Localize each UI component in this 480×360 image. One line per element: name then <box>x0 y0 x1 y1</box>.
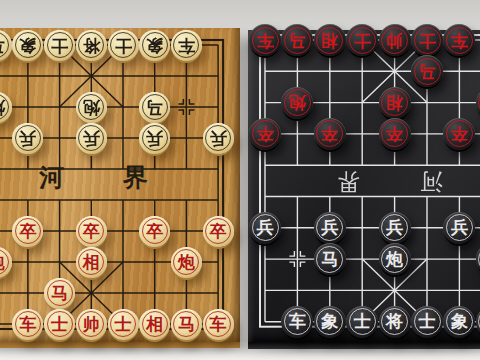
piece-character: 相 <box>386 94 403 111</box>
piece-character: 车 <box>210 316 227 333</box>
piece-black-soldier[interactable]: 兵 <box>314 212 346 244</box>
piece-character: 兵 <box>146 130 163 147</box>
piece-red-general[interactable]: 帅 <box>379 24 411 56</box>
piece-character: 象 <box>146 37 163 54</box>
piece-character: 卒 <box>83 223 100 240</box>
piece-character: 卒 <box>451 125 468 142</box>
piece-red-cannon[interactable]: 炮 <box>0 247 12 278</box>
piece-character: 卒 <box>146 223 163 240</box>
piece-character: 兵 <box>19 130 36 147</box>
product-scene: 河 界 车马象士将士象车炮炮马兵兵兵兵兵卒卒卒卒卒炮相炮马车士帅士相马车 界 河… <box>0 0 480 360</box>
piece-character: 兵 <box>257 219 274 236</box>
board-edge <box>248 342 480 349</box>
piece-character: 象 <box>451 313 468 330</box>
piece-character: 炮 <box>289 94 306 111</box>
piece-black-cannon[interactable]: 炮 <box>476 243 480 275</box>
piece-red-cannon[interactable]: 炮 <box>171 247 202 278</box>
piece-character: 卒 <box>321 125 338 142</box>
board-grid <box>0 28 240 342</box>
piece-character: 象 <box>321 313 338 330</box>
piece-black-soldier[interactable]: 兵 <box>379 212 411 244</box>
piece-black-general[interactable]: 将 <box>379 306 411 338</box>
piece-red-chariot[interactable]: 车 <box>249 24 281 56</box>
river-char-jie-rotated: 界 <box>337 170 360 193</box>
piece-character: 士 <box>354 313 371 330</box>
piece-character: 士 <box>419 313 436 330</box>
piece-character: 车 <box>257 32 274 49</box>
piece-black-chariot[interactable]: 车 <box>281 306 313 338</box>
piece-character: 车 <box>289 313 306 330</box>
piece-black-advisor[interactable]: 士 <box>411 306 443 338</box>
piece-character: 炮 <box>178 254 195 271</box>
piece-character: 士 <box>354 32 371 49</box>
piece-red-cannon[interactable]: 炮 <box>281 87 313 119</box>
board-grid <box>248 30 480 342</box>
piece-character: 兵 <box>386 219 403 236</box>
piece-red-soldier[interactable]: 卒 <box>443 118 475 150</box>
piece-red-horse[interactable]: 马 <box>411 55 443 87</box>
river-char-he: 河 <box>39 165 64 190</box>
piece-black-cannon[interactable]: 炮 <box>0 92 12 123</box>
piece-character: 马 <box>0 37 5 54</box>
piece-black-soldier[interactable]: 兵 <box>12 123 43 154</box>
piece-character: 卒 <box>386 125 403 142</box>
piece-red-elephant[interactable]: 相 <box>379 87 411 119</box>
piece-red-advisor[interactable]: 士 <box>44 309 75 340</box>
piece-character: 炮 <box>386 251 403 268</box>
piece-black-chariot[interactable]: 车 <box>171 30 202 61</box>
piece-red-advisor[interactable]: 士 <box>411 24 443 56</box>
piece-black-advisor[interactable]: 士 <box>108 30 139 61</box>
piece-character: 卒 <box>257 125 274 142</box>
piece-red-chariot[interactable]: 车 <box>443 24 475 56</box>
piece-character: 马 <box>419 63 436 80</box>
piece-character: 相 <box>321 32 338 49</box>
piece-red-horse[interactable]: 马 <box>281 24 313 56</box>
piece-character: 炮 <box>0 99 5 116</box>
piece-character: 兵 <box>210 130 227 147</box>
piece-character: 士 <box>51 37 68 54</box>
piece-black-horse[interactable]: 马 <box>314 243 346 275</box>
piece-character: 将 <box>386 313 403 330</box>
piece-red-advisor[interactable]: 士 <box>108 309 139 340</box>
piece-character: 卒 <box>210 223 227 240</box>
piece-character: 象 <box>19 37 36 54</box>
piece-black-elephant[interactable]: 象 <box>314 306 346 338</box>
piece-character: 马 <box>51 285 68 302</box>
piece-red-soldier[interactable]: 卒 <box>12 216 43 247</box>
piece-black-soldier[interactable]: 兵 <box>76 123 107 154</box>
piece-black-soldier[interactable]: 兵 <box>139 123 170 154</box>
piece-character: 炮 <box>83 99 100 116</box>
piece-black-soldier[interactable]: 兵 <box>249 212 281 244</box>
piece-black-elephant[interactable]: 象 <box>139 30 170 61</box>
piece-character: 帅 <box>83 316 100 333</box>
piece-red-chariot[interactable]: 车 <box>12 309 43 340</box>
piece-red-horse[interactable]: 马 <box>171 309 202 340</box>
piece-black-soldier[interactable]: 兵 <box>443 212 475 244</box>
piece-black-horse[interactable]: 马 <box>139 92 170 123</box>
piece-black-elephant[interactable]: 象 <box>443 306 475 338</box>
piece-red-advisor[interactable]: 士 <box>346 24 378 56</box>
wooden-xiangqi-board[interactable]: 河 界 车马象士将士象车炮炮马兵兵兵兵兵卒卒卒卒卒炮相炮马车士帅士相马车 <box>0 28 240 342</box>
piece-character: 马 <box>289 32 306 49</box>
piece-black-general[interactable]: 将 <box>76 30 107 61</box>
piece-red-general[interactable]: 帅 <box>76 309 107 340</box>
piece-character: 相 <box>146 316 163 333</box>
piece-black-cannon[interactable]: 炮 <box>379 243 411 275</box>
piece-character: 炮 <box>0 254 5 271</box>
piece-character: 马 <box>178 316 195 333</box>
piece-character: 士 <box>51 316 68 333</box>
piece-black-advisor[interactable]: 士 <box>346 306 378 338</box>
piece-character: 相 <box>83 254 100 271</box>
piece-red-elephant[interactable]: 相 <box>76 247 107 278</box>
piece-character: 马 <box>146 99 163 116</box>
piece-character: 兵 <box>321 219 338 236</box>
piece-red-cannon[interactable]: 炮 <box>476 87 480 119</box>
piece-black-soldier[interactable]: 兵 <box>203 123 234 154</box>
piece-character: 士 <box>419 32 436 49</box>
piece-red-elephant[interactable]: 相 <box>139 309 170 340</box>
river-char-jie: 界 <box>123 165 148 190</box>
piece-red-soldier[interactable]: 卒 <box>76 216 107 247</box>
piece-character: 车 <box>451 32 468 49</box>
piece-character: 车 <box>178 37 195 54</box>
piece-red-elephant[interactable]: 相 <box>314 24 346 56</box>
piece-red-soldier[interactable]: 卒 <box>379 118 411 150</box>
piece-black-advisor[interactable]: 士 <box>44 30 75 61</box>
piece-red-soldier[interactable]: 卒 <box>139 216 170 247</box>
piece-character: 卒 <box>19 223 36 240</box>
piece-character: 士 <box>115 37 132 54</box>
river-char-he-rotated: 河 <box>420 170 443 193</box>
board-edge <box>0 342 240 348</box>
piece-character: 兵 <box>83 130 100 147</box>
piece-character: 车 <box>19 316 36 333</box>
piece-red-soldier[interactable]: 卒 <box>314 118 346 150</box>
piece-character: 帅 <box>386 32 403 49</box>
piece-character: 将 <box>83 37 100 54</box>
piece-black-elephant[interactable]: 象 <box>12 30 43 61</box>
piece-red-chariot[interactable]: 车 <box>203 309 234 340</box>
piece-black-horse[interactable]: 马 <box>0 30 12 61</box>
piece-character: 兵 <box>451 219 468 236</box>
piece-red-horse[interactable]: 马 <box>44 278 75 309</box>
piece-red-soldier[interactable]: 卒 <box>249 118 281 150</box>
piece-character: 马 <box>321 251 338 268</box>
piece-red-soldier[interactable]: 卒 <box>203 216 234 247</box>
black-xiangqi-board[interactable]: 界 河 车马相士帅士车马炮相炮卒卒卒卒卒兵兵兵兵兵马炮炮车象士将士象马车 <box>248 30 480 342</box>
piece-black-cannon[interactable]: 炮 <box>76 92 107 123</box>
piece-black-horse[interactable]: 马 <box>476 306 480 338</box>
piece-character: 士 <box>115 316 132 333</box>
